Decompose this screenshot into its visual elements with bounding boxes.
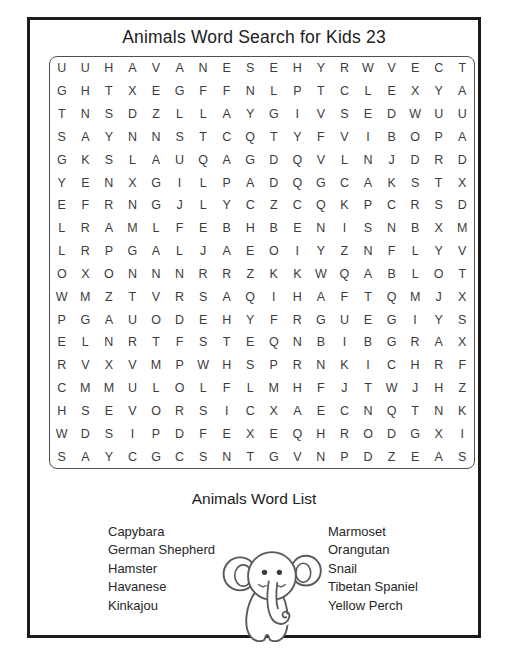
grid-cell-r18c4[interactable]: C bbox=[121, 445, 145, 468]
grid-cell-r16c17[interactable]: N bbox=[427, 400, 451, 423]
grid-cell-r8c12[interactable]: N bbox=[309, 217, 333, 240]
grid-cell-r10c15[interactable]: B bbox=[380, 263, 404, 286]
grid-cell-r13c10[interactable]: Q bbox=[262, 331, 286, 354]
grid-cell-r6c5[interactable]: G bbox=[144, 171, 168, 194]
grid-cell-r7c7[interactable]: L bbox=[191, 194, 215, 217]
grid-cell-r12c6[interactable]: D bbox=[168, 308, 192, 331]
grid-cell-r5c6[interactable]: U bbox=[168, 148, 192, 171]
grid-cell-r14c2[interactable]: V bbox=[74, 354, 98, 377]
grid-cell-r10c12[interactable]: W bbox=[309, 263, 333, 286]
grid-cell-r15c15[interactable]: W bbox=[380, 377, 404, 400]
grid-cell-r14c12[interactable]: N bbox=[309, 354, 333, 377]
grid-cell-r2c2[interactable]: H bbox=[74, 80, 98, 103]
grid-cell-r18c12[interactable]: N bbox=[309, 445, 333, 468]
grid-cell-r7c3[interactable]: R bbox=[97, 194, 121, 217]
grid-cell-r10c18[interactable]: T bbox=[450, 263, 474, 286]
grid-cell-r13c7[interactable]: S bbox=[191, 331, 215, 354]
grid-cell-r3c9[interactable]: Y bbox=[238, 103, 262, 126]
grid-cell-r5c11[interactable]: Q bbox=[286, 148, 310, 171]
grid-cell-r5c5[interactable]: A bbox=[144, 148, 168, 171]
grid-cell-r12c1[interactable]: P bbox=[50, 308, 74, 331]
grid-cell-r18c18[interactable]: S bbox=[450, 445, 474, 468]
grid-cell-r4c9[interactable]: Q bbox=[238, 126, 262, 149]
grid-cell-r17c7[interactable]: F bbox=[191, 422, 215, 445]
grid-cell-r3c17[interactable]: U bbox=[427, 103, 451, 126]
grid-cell-r4c17[interactable]: P bbox=[427, 126, 451, 149]
grid-cell-r6c17[interactable]: T bbox=[427, 171, 451, 194]
grid-cell-r14c10[interactable]: P bbox=[262, 354, 286, 377]
grid-cell-r11c8[interactable]: A bbox=[215, 285, 239, 308]
grid-cell-r10c13[interactable]: Q bbox=[333, 263, 357, 286]
grid-cell-r13c2[interactable]: L bbox=[74, 331, 98, 354]
grid-cell-r8c6[interactable]: F bbox=[168, 217, 192, 240]
grid-cell-r11c11[interactable]: H bbox=[286, 285, 310, 308]
grid-cell-r9c7[interactable]: J bbox=[191, 240, 215, 263]
grid-cell-r12c14[interactable]: E bbox=[356, 308, 380, 331]
grid-cell-r3c16[interactable]: W bbox=[403, 103, 427, 126]
grid-cell-r13c1[interactable]: E bbox=[50, 331, 74, 354]
grid-cell-r8c1[interactable]: L bbox=[50, 217, 74, 240]
grid-cell-r12c3[interactable]: A bbox=[97, 308, 121, 331]
grid-cell-r3c3[interactable]: S bbox=[97, 103, 121, 126]
grid-cell-r4c8[interactable]: C bbox=[215, 126, 239, 149]
grid-cell-r6c14[interactable]: A bbox=[356, 171, 380, 194]
grid-cell-r1c10[interactable]: E bbox=[262, 57, 286, 80]
grid-cell-r16c3[interactable]: E bbox=[97, 400, 121, 423]
grid-cell-r9c10[interactable]: O bbox=[262, 240, 286, 263]
grid-cell-r18c6[interactable]: C bbox=[168, 445, 192, 468]
grid-cell-r2c16[interactable]: X bbox=[403, 80, 427, 103]
grid-cell-r15c11[interactable]: H bbox=[286, 377, 310, 400]
grid-cell-r4c1[interactable]: S bbox=[50, 126, 74, 149]
grid-cell-r2c5[interactable]: E bbox=[144, 80, 168, 103]
grid-cell-r18c14[interactable]: D bbox=[356, 445, 380, 468]
grid-cell-r15c4[interactable]: U bbox=[121, 377, 145, 400]
grid-cell-r18c1[interactable]: S bbox=[50, 445, 74, 468]
grid-cell-r1c8[interactable]: E bbox=[215, 57, 239, 80]
grid-cell-r16c12[interactable]: E bbox=[309, 400, 333, 423]
grid-cell-r18c10[interactable]: G bbox=[262, 445, 286, 468]
grid-cell-r1c17[interactable]: C bbox=[427, 57, 451, 80]
grid-cell-r4c14[interactable]: I bbox=[356, 126, 380, 149]
grid-cell-r12c11[interactable]: R bbox=[286, 308, 310, 331]
grid-cell-r17c18[interactable]: I bbox=[450, 422, 474, 445]
grid-cell-r17c17[interactable]: X bbox=[427, 422, 451, 445]
grid-cell-r3c13[interactable]: S bbox=[333, 103, 357, 126]
grid-cell-r14c18[interactable]: F bbox=[450, 354, 474, 377]
grid-cell-r5c12[interactable]: V bbox=[309, 148, 333, 171]
grid-cell-r17c9[interactable]: X bbox=[238, 422, 262, 445]
grid-cell-r6c4[interactable]: X bbox=[121, 171, 145, 194]
grid-cell-r8c18[interactable]: M bbox=[450, 217, 474, 240]
grid-cell-r15c7[interactable]: L bbox=[191, 377, 215, 400]
grid-cell-r10c14[interactable]: A bbox=[356, 263, 380, 286]
grid-cell-r12c2[interactable]: G bbox=[74, 308, 98, 331]
grid-cell-r11c18[interactable]: X bbox=[450, 285, 474, 308]
grid-cell-r6c11[interactable]: Q bbox=[286, 171, 310, 194]
grid-cell-r16c10[interactable]: X bbox=[262, 400, 286, 423]
grid-cell-r1c14[interactable]: W bbox=[356, 57, 380, 80]
grid-cell-r6c9[interactable]: A bbox=[238, 171, 262, 194]
grid-cell-r7c11[interactable]: C bbox=[286, 194, 310, 217]
grid-cell-r3c5[interactable]: Z bbox=[144, 103, 168, 126]
grid-cell-r6c6[interactable]: I bbox=[168, 171, 192, 194]
grid-cell-r15c14[interactable]: T bbox=[356, 377, 380, 400]
grid-cell-r4c13[interactable]: V bbox=[333, 126, 357, 149]
grid-cell-r4c2[interactable]: A bbox=[74, 126, 98, 149]
grid-cell-r5c4[interactable]: L bbox=[121, 148, 145, 171]
grid-cell-r16c4[interactable]: V bbox=[121, 400, 145, 423]
grid-cell-r6c1[interactable]: Y bbox=[50, 171, 74, 194]
grid-cell-r15c13[interactable]: J bbox=[333, 377, 357, 400]
grid-cell-r7c5[interactable]: G bbox=[144, 194, 168, 217]
grid-cell-r11c13[interactable]: F bbox=[333, 285, 357, 308]
grid-cell-r9c12[interactable]: Y bbox=[309, 240, 333, 263]
grid-cell-r18c5[interactable]: G bbox=[144, 445, 168, 468]
grid-cell-r1c1[interactable]: U bbox=[50, 57, 74, 80]
grid-cell-r1c12[interactable]: Y bbox=[309, 57, 333, 80]
grid-cell-r6c16[interactable]: S bbox=[403, 171, 427, 194]
grid-cell-r2c3[interactable]: T bbox=[97, 80, 121, 103]
grid-cell-r1c9[interactable]: S bbox=[238, 57, 262, 80]
grid-cell-r8c2[interactable]: R bbox=[74, 217, 98, 240]
grid-cell-r9c2[interactable]: R bbox=[74, 240, 98, 263]
grid-cell-r17c10[interactable]: E bbox=[262, 422, 286, 445]
grid-cell-r13c12[interactable]: B bbox=[309, 331, 333, 354]
grid-cell-r9c5[interactable]: A bbox=[144, 240, 168, 263]
grid-cell-r10c16[interactable]: L bbox=[403, 263, 427, 286]
grid-cell-r13c9[interactable]: E bbox=[238, 331, 262, 354]
grid-cell-r18c2[interactable]: A bbox=[74, 445, 98, 468]
grid-cell-r8c7[interactable]: E bbox=[191, 217, 215, 240]
grid-cell-r10c4[interactable]: N bbox=[121, 263, 145, 286]
grid-cell-r18c16[interactable]: E bbox=[403, 445, 427, 468]
grid-cell-r9c18[interactable]: V bbox=[450, 240, 474, 263]
grid-cell-r2c6[interactable]: G bbox=[168, 80, 192, 103]
grid-cell-r13c18[interactable]: X bbox=[450, 331, 474, 354]
grid-cell-r2c15[interactable]: E bbox=[380, 80, 404, 103]
grid-cell-r15c2[interactable]: M bbox=[74, 377, 98, 400]
grid-cell-r8c15[interactable]: N bbox=[380, 217, 404, 240]
grid-cell-r16c14[interactable]: N bbox=[356, 400, 380, 423]
grid-cell-r17c12[interactable]: H bbox=[309, 422, 333, 445]
grid-cell-r7c4[interactable]: N bbox=[121, 194, 145, 217]
grid-cell-r5c18[interactable]: D bbox=[450, 148, 474, 171]
grid-cell-r13c5[interactable]: T bbox=[144, 331, 168, 354]
grid-cell-r8c3[interactable]: A bbox=[97, 217, 121, 240]
grid-cell-r4c16[interactable]: O bbox=[403, 126, 427, 149]
grid-cell-r9c14[interactable]: N bbox=[356, 240, 380, 263]
grid-cell-r14c1[interactable]: R bbox=[50, 354, 74, 377]
grid-cell-r6c10[interactable]: D bbox=[262, 171, 286, 194]
grid-cell-r12c12[interactable]: G bbox=[309, 308, 333, 331]
grid-cell-r15c18[interactable]: Z bbox=[450, 377, 474, 400]
grid-cell-r6c15[interactable]: K bbox=[380, 171, 404, 194]
grid-cell-r18c11[interactable]: V bbox=[286, 445, 310, 468]
grid-cell-r2c8[interactable]: F bbox=[215, 80, 239, 103]
grid-cell-r2c10[interactable]: L bbox=[262, 80, 286, 103]
grid-cell-r3c15[interactable]: D bbox=[380, 103, 404, 126]
grid-cell-r10c8[interactable]: R bbox=[215, 263, 239, 286]
grid-cell-r4c11[interactable]: Y bbox=[286, 126, 310, 149]
grid-cell-r1c6[interactable]: A bbox=[168, 57, 192, 80]
grid-cell-r6c12[interactable]: G bbox=[309, 171, 333, 194]
grid-cell-r8c16[interactable]: B bbox=[403, 217, 427, 240]
grid-cell-r9c15[interactable]: F bbox=[380, 240, 404, 263]
grid-cell-r4c7[interactable]: T bbox=[191, 126, 215, 149]
grid-cell-r12c13[interactable]: U bbox=[333, 308, 357, 331]
grid-cell-r13c15[interactable]: G bbox=[380, 331, 404, 354]
grid-cell-r18c8[interactable]: N bbox=[215, 445, 239, 468]
grid-cell-r18c7[interactable]: S bbox=[191, 445, 215, 468]
grid-cell-r3c10[interactable]: G bbox=[262, 103, 286, 126]
grid-cell-r18c17[interactable]: A bbox=[427, 445, 451, 468]
grid-cell-r14c6[interactable]: P bbox=[168, 354, 192, 377]
grid-cell-r3c7[interactable]: L bbox=[191, 103, 215, 126]
grid-cell-r14c5[interactable]: M bbox=[144, 354, 168, 377]
grid-cell-r7c17[interactable]: S bbox=[427, 194, 451, 217]
grid-cell-r17c13[interactable]: R bbox=[333, 422, 357, 445]
grid-cell-r7c9[interactable]: C bbox=[238, 194, 262, 217]
grid-cell-r11c7[interactable]: S bbox=[191, 285, 215, 308]
grid-cell-r4c15[interactable]: B bbox=[380, 126, 404, 149]
grid-cell-r3c4[interactable]: D bbox=[121, 103, 145, 126]
grid-cell-r10c17[interactable]: O bbox=[427, 263, 451, 286]
grid-cell-r10c5[interactable]: N bbox=[144, 263, 168, 286]
grid-cell-r12c4[interactable]: U bbox=[121, 308, 145, 331]
grid-cell-r16c5[interactable]: O bbox=[144, 400, 168, 423]
grid-cell-r16c7[interactable]: S bbox=[191, 400, 215, 423]
grid-cell-r2c13[interactable]: C bbox=[333, 80, 357, 103]
grid-cell-r5c9[interactable]: G bbox=[238, 148, 262, 171]
grid-cell-r11c14[interactable]: T bbox=[356, 285, 380, 308]
grid-cell-r1c18[interactable]: T bbox=[450, 57, 474, 80]
grid-cell-r7c6[interactable]: J bbox=[168, 194, 192, 217]
grid-cell-r13c16[interactable]: R bbox=[403, 331, 427, 354]
grid-cell-r7c13[interactable]: K bbox=[333, 194, 357, 217]
grid-cell-r9c17[interactable]: Y bbox=[427, 240, 451, 263]
grid-cell-r17c14[interactable]: O bbox=[356, 422, 380, 445]
grid-cell-r17c2[interactable]: D bbox=[74, 422, 98, 445]
grid-cell-r9c8[interactable]: A bbox=[215, 240, 239, 263]
grid-cell-r15c1[interactable]: C bbox=[50, 377, 74, 400]
grid-cell-r5c1[interactable]: G bbox=[50, 148, 74, 171]
grid-cell-r14c7[interactable]: W bbox=[191, 354, 215, 377]
grid-cell-r11c16[interactable]: M bbox=[403, 285, 427, 308]
grid-cell-r10c7[interactable]: R bbox=[191, 263, 215, 286]
grid-cell-r12c5[interactable]: O bbox=[144, 308, 168, 331]
grid-cell-r7c10[interactable]: Z bbox=[262, 194, 286, 217]
grid-cell-r13c17[interactable]: A bbox=[427, 331, 451, 354]
grid-cell-r1c13[interactable]: R bbox=[333, 57, 357, 80]
grid-cell-r3c8[interactable]: A bbox=[215, 103, 239, 126]
grid-cell-r16c18[interactable]: K bbox=[450, 400, 474, 423]
grid-cell-r16c16[interactable]: T bbox=[403, 400, 427, 423]
grid-cell-r18c3[interactable]: Y bbox=[97, 445, 121, 468]
grid-cell-r4c12[interactable]: F bbox=[309, 126, 333, 149]
grid-cell-r5c14[interactable]: N bbox=[356, 148, 380, 171]
grid-cell-r15c17[interactable]: H bbox=[427, 377, 451, 400]
grid-cell-r5c3[interactable]: S bbox=[97, 148, 121, 171]
grid-cell-r8c9[interactable]: H bbox=[238, 217, 262, 240]
grid-cell-r16c8[interactable]: I bbox=[215, 400, 239, 423]
grid-cell-r2c7[interactable]: F bbox=[191, 80, 215, 103]
grid-cell-r6c13[interactable]: C bbox=[333, 171, 357, 194]
grid-cell-r17c1[interactable]: W bbox=[50, 422, 74, 445]
grid-cell-r2c17[interactable]: Y bbox=[427, 80, 451, 103]
grid-cell-r4c6[interactable]: S bbox=[168, 126, 192, 149]
grid-cell-r14c15[interactable]: C bbox=[380, 354, 404, 377]
grid-cell-r4c5[interactable]: N bbox=[144, 126, 168, 149]
grid-cell-r9c16[interactable]: L bbox=[403, 240, 427, 263]
grid-cell-r8c4[interactable]: M bbox=[121, 217, 145, 240]
grid-cell-r4c4[interactable]: N bbox=[121, 126, 145, 149]
grid-cell-r10c3[interactable]: O bbox=[97, 263, 121, 286]
grid-cell-r4c18[interactable]: A bbox=[450, 126, 474, 149]
grid-cell-r15c12[interactable]: F bbox=[309, 377, 333, 400]
grid-cell-r7c16[interactable]: R bbox=[403, 194, 427, 217]
grid-cell-r12c16[interactable]: I bbox=[403, 308, 427, 331]
grid-cell-r12c9[interactable]: Y bbox=[238, 308, 262, 331]
grid-cell-r2c1[interactable]: G bbox=[50, 80, 74, 103]
grid-cell-r2c11[interactable]: P bbox=[286, 80, 310, 103]
grid-cell-r12c18[interactable]: S bbox=[450, 308, 474, 331]
grid-cell-r1c16[interactable]: E bbox=[403, 57, 427, 80]
grid-cell-r12c17[interactable]: Y bbox=[427, 308, 451, 331]
grid-cell-r17c8[interactable]: E bbox=[215, 422, 239, 445]
grid-cell-r1c11[interactable]: H bbox=[286, 57, 310, 80]
grid-cell-r15c5[interactable]: L bbox=[144, 377, 168, 400]
grid-cell-r5c16[interactable]: D bbox=[403, 148, 427, 171]
grid-cell-r17c15[interactable]: D bbox=[380, 422, 404, 445]
grid-cell-r1c7[interactable]: N bbox=[191, 57, 215, 80]
grid-cell-r13c4[interactable]: R bbox=[121, 331, 145, 354]
grid-cell-r10c1[interactable]: O bbox=[50, 263, 74, 286]
grid-cell-r14c4[interactable]: V bbox=[121, 354, 145, 377]
grid-cell-r15c9[interactable]: L bbox=[238, 377, 262, 400]
grid-cell-r3c2[interactable]: N bbox=[74, 103, 98, 126]
grid-cell-r13c14[interactable]: B bbox=[356, 331, 380, 354]
grid-cell-r10c6[interactable]: N bbox=[168, 263, 192, 286]
grid-cell-r10c10[interactable]: K bbox=[262, 263, 286, 286]
grid-cell-r4c10[interactable]: T bbox=[262, 126, 286, 149]
grid-cell-r7c1[interactable]: E bbox=[50, 194, 74, 217]
grid-cell-r18c13[interactable]: P bbox=[333, 445, 357, 468]
grid-cell-r6c18[interactable]: X bbox=[450, 171, 474, 194]
grid-cell-r1c4[interactable]: A bbox=[121, 57, 145, 80]
grid-cell-r7c12[interactable]: Q bbox=[309, 194, 333, 217]
grid-cell-r14c17[interactable]: R bbox=[427, 354, 451, 377]
grid-cell-r15c3[interactable]: M bbox=[97, 377, 121, 400]
grid-cell-r9c9[interactable]: E bbox=[238, 240, 262, 263]
grid-cell-r2c12[interactable]: T bbox=[309, 80, 333, 103]
grid-cell-r9c11[interactable]: I bbox=[286, 240, 310, 263]
grid-cell-r6c8[interactable]: P bbox=[215, 171, 239, 194]
grid-cell-r3c1[interactable]: T bbox=[50, 103, 74, 126]
grid-cell-r3c18[interactable]: U bbox=[450, 103, 474, 126]
grid-cell-r11c3[interactable]: Z bbox=[97, 285, 121, 308]
grid-cell-r8c14[interactable]: S bbox=[356, 217, 380, 240]
grid-cell-r6c2[interactable]: E bbox=[74, 171, 98, 194]
grid-cell-r9c6[interactable]: L bbox=[168, 240, 192, 263]
grid-cell-r10c9[interactable]: Z bbox=[238, 263, 262, 286]
grid-cell-r12c8[interactable]: H bbox=[215, 308, 239, 331]
grid-cell-r7c18[interactable]: D bbox=[450, 194, 474, 217]
grid-cell-r9c3[interactable]: P bbox=[97, 240, 121, 263]
grid-cell-r11c6[interactable]: R bbox=[168, 285, 192, 308]
grid-cell-r18c15[interactable]: Z bbox=[380, 445, 404, 468]
grid-cell-r5c15[interactable]: J bbox=[380, 148, 404, 171]
grid-cell-r16c9[interactable]: C bbox=[238, 400, 262, 423]
grid-cell-r3c11[interactable]: I bbox=[286, 103, 310, 126]
grid-cell-r1c2[interactable]: U bbox=[74, 57, 98, 80]
grid-cell-r11c17[interactable]: J bbox=[427, 285, 451, 308]
grid-cell-r16c2[interactable]: S bbox=[74, 400, 98, 423]
grid-cell-r8c17[interactable]: X bbox=[427, 217, 451, 240]
grid-cell-r7c8[interactable]: Y bbox=[215, 194, 239, 217]
grid-cell-r13c11[interactable]: N bbox=[286, 331, 310, 354]
grid-cell-r16c6[interactable]: R bbox=[168, 400, 192, 423]
grid-cell-r9c13[interactable]: Z bbox=[333, 240, 357, 263]
grid-cell-r3c6[interactable]: L bbox=[168, 103, 192, 126]
grid-cell-r16c13[interactable]: C bbox=[333, 400, 357, 423]
grid-cell-r13c3[interactable]: N bbox=[97, 331, 121, 354]
grid-cell-r5c7[interactable]: Q bbox=[191, 148, 215, 171]
grid-cell-r17c6[interactable]: D bbox=[168, 422, 192, 445]
grid-cell-r2c4[interactable]: X bbox=[121, 80, 145, 103]
grid-cell-r13c8[interactable]: T bbox=[215, 331, 239, 354]
grid-cell-r15c16[interactable]: J bbox=[403, 377, 427, 400]
grid-cell-r3c14[interactable]: E bbox=[356, 103, 380, 126]
grid-cell-r14c11[interactable]: R bbox=[286, 354, 310, 377]
grid-cell-r17c3[interactable]: S bbox=[97, 422, 121, 445]
grid-cell-r15c8[interactable]: F bbox=[215, 377, 239, 400]
grid-cell-r18c9[interactable]: T bbox=[238, 445, 262, 468]
grid-cell-r8c11[interactable]: E bbox=[286, 217, 310, 240]
grid-cell-r11c9[interactable]: Q bbox=[238, 285, 262, 308]
grid-cell-r14c16[interactable]: H bbox=[403, 354, 427, 377]
grid-cell-r8c13[interactable]: I bbox=[333, 217, 357, 240]
grid-cell-r5c13[interactable]: L bbox=[333, 148, 357, 171]
grid-cell-r7c15[interactable]: C bbox=[380, 194, 404, 217]
grid-cell-r12c10[interactable]: F bbox=[262, 308, 286, 331]
grid-cell-r11c4[interactable]: T bbox=[121, 285, 145, 308]
grid-cell-r5c2[interactable]: K bbox=[74, 148, 98, 171]
grid-cell-r14c3[interactable]: X bbox=[97, 354, 121, 377]
grid-cell-r8c5[interactable]: L bbox=[144, 217, 168, 240]
grid-cell-r2c18[interactable]: A bbox=[450, 80, 474, 103]
grid-cell-r11c12[interactable]: A bbox=[309, 285, 333, 308]
grid-cell-r11c1[interactable]: W bbox=[50, 285, 74, 308]
grid-cell-r5c8[interactable]: A bbox=[215, 148, 239, 171]
grid-cell-r5c17[interactable]: R bbox=[427, 148, 451, 171]
grid-cell-r10c11[interactable]: K bbox=[286, 263, 310, 286]
grid-cell-r17c11[interactable]: Q bbox=[286, 422, 310, 445]
grid-cell-r6c3[interactable]: N bbox=[97, 171, 121, 194]
grid-cell-r11c15[interactable]: Q bbox=[380, 285, 404, 308]
grid-cell-r9c4[interactable]: G bbox=[121, 240, 145, 263]
grid-cell-r15c6[interactable]: O bbox=[168, 377, 192, 400]
grid-cell-r8c8[interactable]: B bbox=[215, 217, 239, 240]
grid-cell-r14c8[interactable]: H bbox=[215, 354, 239, 377]
grid-cell-r1c3[interactable]: H bbox=[97, 57, 121, 80]
grid-cell-r10c2[interactable]: X bbox=[74, 263, 98, 286]
grid-cell-r14c13[interactable]: K bbox=[333, 354, 357, 377]
grid-cell-r2c14[interactable]: L bbox=[356, 80, 380, 103]
grid-cell-r6c7[interactable]: L bbox=[191, 171, 215, 194]
grid-cell-r4c3[interactable]: Y bbox=[97, 126, 121, 149]
grid-cell-r16c15[interactable]: Q bbox=[380, 400, 404, 423]
